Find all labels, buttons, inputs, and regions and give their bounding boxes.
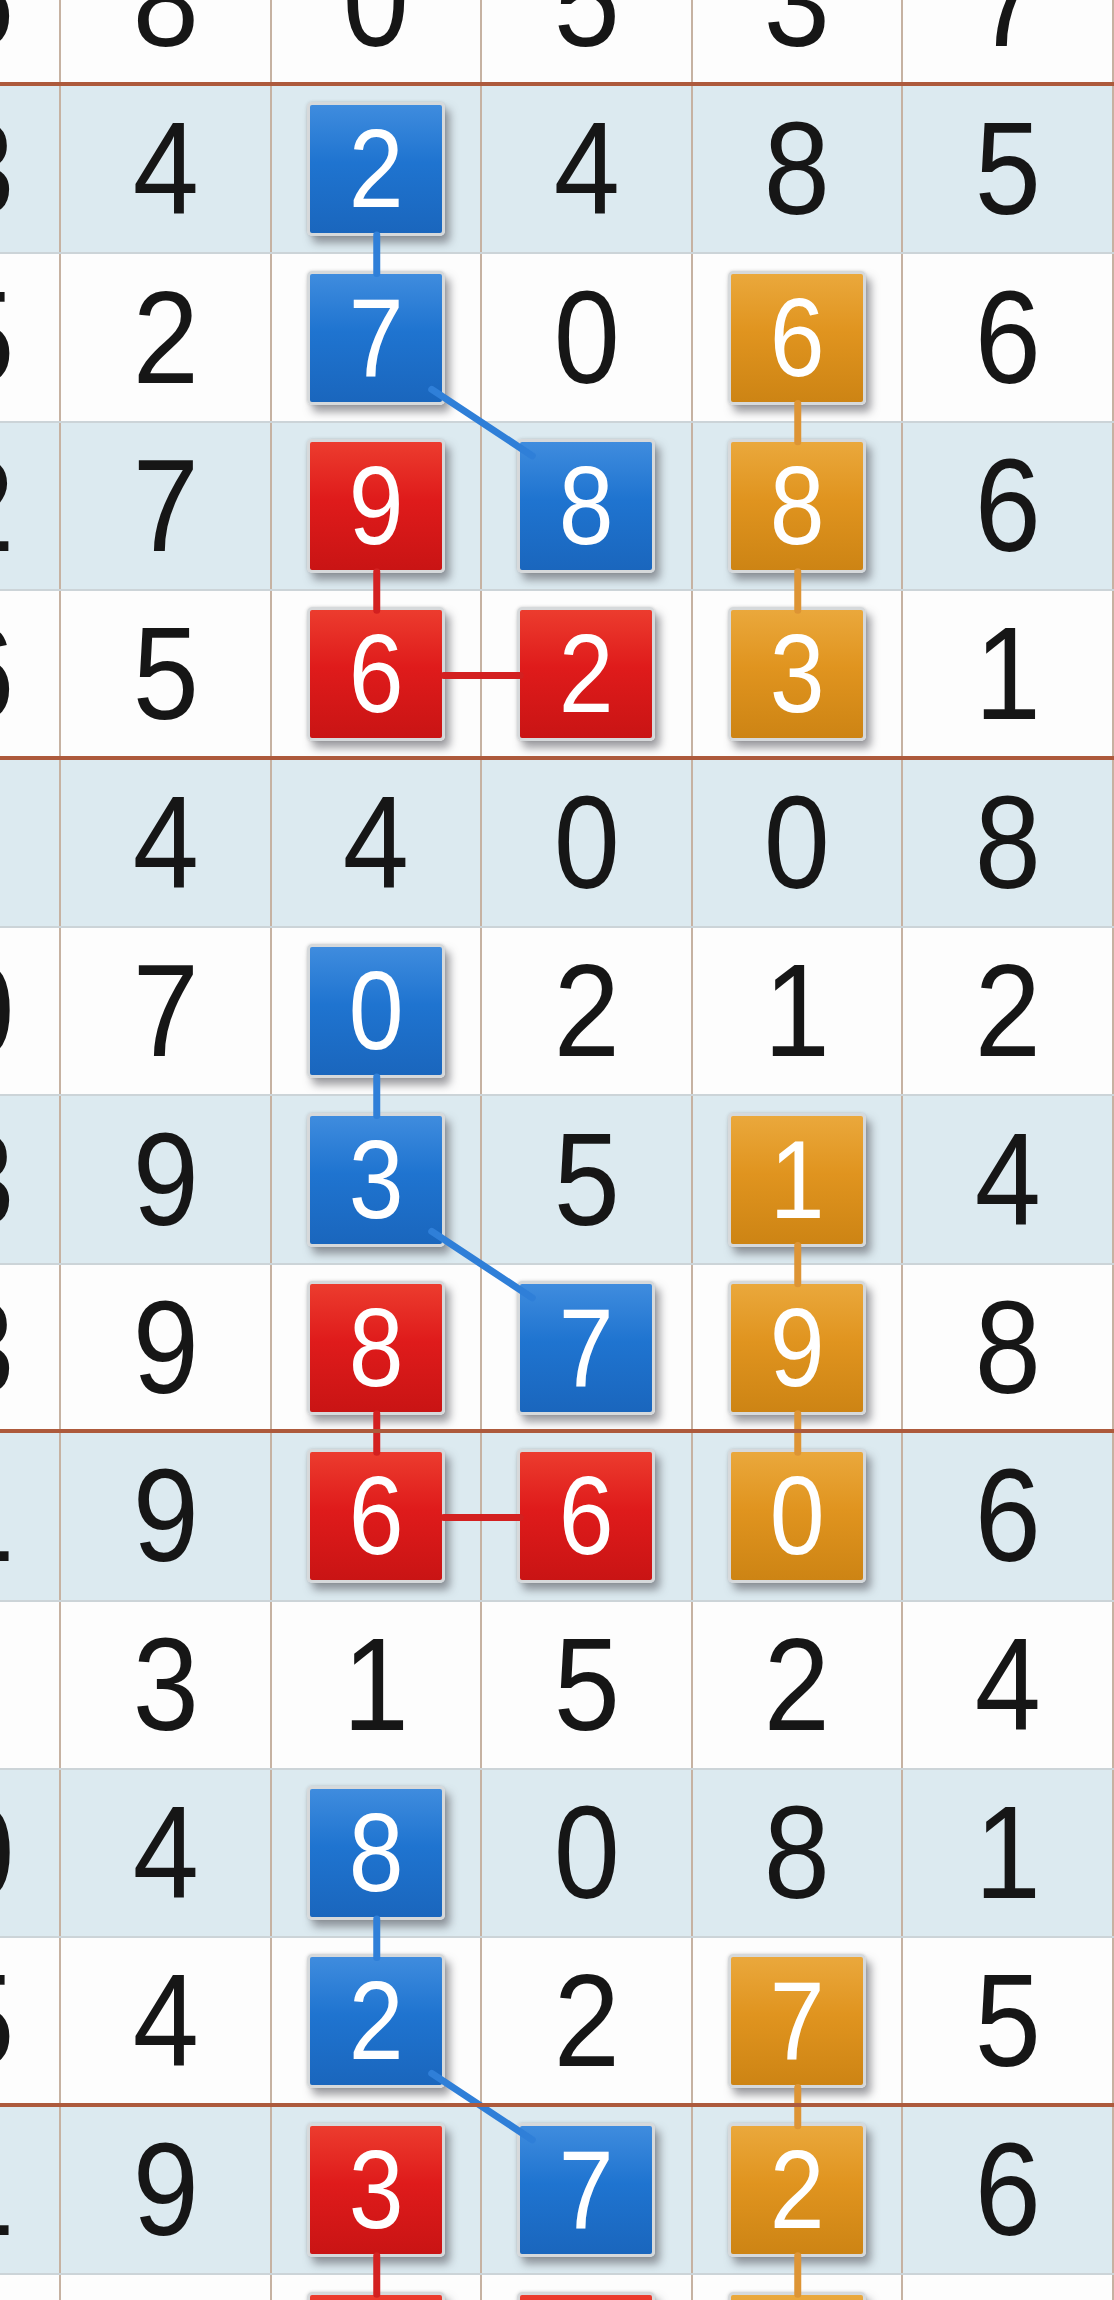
highlighted-digit: 0 — [348, 955, 403, 1067]
digit-cell: 6 — [272, 591, 483, 757]
highlighted-digit: 3 — [348, 2134, 403, 2246]
highlight-box-red — [307, 2292, 445, 2300]
digit-cell: 9 — [61, 1265, 272, 1431]
table-row: 070212 — [0, 928, 1114, 1096]
highlighted-digit: 8 — [348, 1292, 403, 1404]
digit: 6 — [974, 2124, 1040, 2256]
highlighted-digit: 8 — [348, 1797, 403, 1909]
digit-cell: 8 — [272, 1265, 483, 1431]
digit: 8 — [132, 0, 198, 67]
digit-cell: 8 — [482, 423, 693, 589]
digit: 2 — [553, 1955, 619, 2087]
draw-id-cell — [0, 760, 61, 926]
digit: 4 — [132, 777, 198, 909]
digit-cell: 0 — [693, 760, 904, 926]
digit-cell: 1 — [903, 591, 1114, 757]
digit: 1 — [764, 945, 830, 1077]
digit-cell — [693, 2275, 904, 2300]
highlighted-digit: 7 — [348, 282, 403, 394]
digit-cell: 3 — [693, 591, 904, 757]
highlighted-digit: 6 — [559, 1460, 614, 1572]
highlight-box-blue: 2 — [307, 1954, 445, 2088]
draw-id-cell: 3 — [0, 1265, 61, 1431]
digit: 5 — [132, 608, 198, 740]
table-row: 44008 — [0, 760, 1114, 928]
digit: 5 — [553, 1619, 619, 1751]
digit-cell: 9 — [61, 1433, 272, 1599]
digit-cell: 8 — [903, 760, 1114, 926]
highlight-box-orange — [728, 2292, 866, 2300]
highlight-box-orange: 9 — [728, 1281, 866, 1415]
table-row: 542275 — [0, 1938, 1114, 2106]
digit: 0 — [553, 777, 619, 909]
digit-cell: 2 — [903, 928, 1114, 1094]
highlight-box-blue: 8 — [307, 1786, 445, 1920]
digit-cell: 0 — [482, 1770, 693, 1936]
table-row: 196606 — [0, 1433, 1114, 1601]
highlighted-digit: 9 — [348, 450, 403, 562]
digit-cell: 6 — [482, 1433, 693, 1599]
draw-id-partial-digit: 1 — [0, 2124, 14, 2256]
digit-cell: 3 — [693, 0, 904, 84]
digit: 4 — [553, 103, 619, 235]
draw-id-cell: 6 — [0, 0, 61, 84]
draw-id-cell: 5 — [0, 1938, 61, 2104]
digit-cell: 8 — [61, 0, 272, 84]
digit-cell: 2 — [482, 591, 693, 757]
digit: 9 — [132, 1450, 198, 1582]
digit-cell: 8 — [693, 1770, 904, 1936]
digit-cell: 8 — [693, 86, 904, 252]
digit-cell: 2 — [482, 1938, 693, 2104]
highlighted-digit: 6 — [348, 618, 403, 730]
digit: 1 — [974, 608, 1040, 740]
highlight-box-red: 6 — [307, 607, 445, 741]
highlighted-digit: 7 — [769, 1965, 824, 2077]
digit: 8 — [974, 1282, 1040, 1414]
digit-cell: 0 — [693, 1433, 904, 1599]
highlight-box-red: 9 — [307, 439, 445, 573]
digit: 6 — [974, 1450, 1040, 1582]
highlighted-digit: 8 — [559, 450, 614, 562]
digit: 3 — [132, 1619, 198, 1751]
digit: 4 — [132, 1955, 198, 2087]
draw-id-partial-digit: 3 — [0, 1282, 14, 1414]
digit: 4 — [974, 1619, 1040, 1751]
highlighted-digit: 1 — [769, 1124, 824, 1236]
digit: 6 — [974, 272, 1040, 404]
highlight-box-red: 8 — [307, 1281, 445, 1415]
digit-cell: 1 — [272, 1602, 483, 1768]
digit-cell: 6 — [903, 423, 1114, 589]
digit: 5 — [974, 1955, 1040, 2087]
digit-cell: 4 — [903, 1602, 1114, 1768]
digit: 0 — [343, 0, 409, 67]
digit-cell: 7 — [482, 1265, 693, 1431]
draw-id-partial-digit: 6 — [0, 608, 14, 740]
draw-id-partial-digit: 0 — [0, 1787, 14, 1919]
digit-cell: 0 — [482, 760, 693, 926]
digit: 9 — [132, 2124, 198, 2256]
digit: 2 — [974, 945, 1040, 1077]
digit-cell: 9 — [272, 423, 483, 589]
digit-cell: 8 — [903, 1265, 1114, 1431]
digit: 5 — [553, 1114, 619, 1246]
draw-id-cell: 3 — [0, 1096, 61, 1262]
highlighted-digit: 2 — [348, 1965, 403, 2077]
group-separator-line — [0, 2103, 1114, 2107]
table-row: 342485 — [0, 86, 1114, 254]
digit-cell: 7 — [903, 0, 1114, 84]
trend-table: 6805373424855270662798866562314400807021… — [0, 0, 1114, 2300]
digit-cell: 5 — [903, 86, 1114, 252]
table-row — [0, 2275, 1114, 2300]
digit-cell: 9 — [61, 1096, 272, 1262]
digit: 2 — [764, 1619, 830, 1751]
highlight-box-orange: 8 — [728, 439, 866, 573]
digit-cell: 4 — [482, 86, 693, 252]
highlighted-digit: 2 — [348, 113, 403, 225]
digit: 4 — [132, 103, 198, 235]
digit: 9 — [132, 1282, 198, 1414]
table-row: 398798 — [0, 1265, 1114, 1433]
digit-cell: 3 — [61, 1602, 272, 1768]
digit-cell — [61, 2275, 272, 2300]
highlight-box-red: 6 — [307, 1449, 445, 1583]
highlighted-digit: 2 — [559, 618, 614, 730]
digit-cell: 4 — [61, 1770, 272, 1936]
digit: 5 — [974, 103, 1040, 235]
table-row: 279886 — [0, 423, 1114, 591]
digit: 5 — [553, 0, 619, 67]
digit: 2 — [132, 272, 198, 404]
digit-cell: 2 — [272, 1938, 483, 2104]
draw-id-cell — [0, 2275, 61, 2300]
highlight-box-red: 3 — [307, 2123, 445, 2257]
digit-cell: 6 — [903, 254, 1114, 420]
draw-id-partial-digit: 5 — [0, 272, 14, 404]
digit: 0 — [553, 1787, 619, 1919]
group-separator-line — [0, 82, 1114, 86]
digit-cell: 9 — [693, 1265, 904, 1431]
digit-cell: 2 — [482, 928, 693, 1094]
table-row: 31524 — [0, 1602, 1114, 1770]
draw-id-cell: 0 — [0, 928, 61, 1094]
digit: 1 — [343, 1619, 409, 1751]
digit: 8 — [764, 103, 830, 235]
highlighted-digit: 0 — [769, 1460, 824, 1572]
highlighted-digit: 7 — [559, 2134, 614, 2246]
highlight-box-orange: 2 — [728, 2123, 866, 2257]
digit-cell: 7 — [61, 928, 272, 1094]
digit-cell: 7 — [693, 1938, 904, 2104]
draw-id-cell: 2 — [0, 423, 61, 589]
table-row: 393514 — [0, 1096, 1114, 1264]
trend-chart: 6805373424855270662798866562314400807021… — [0, 0, 1114, 2300]
digit: 8 — [974, 777, 1040, 909]
highlighted-digit: 9 — [769, 1292, 824, 1404]
highlight-box-blue: 0 — [307, 944, 445, 1078]
highlight-box-orange: 7 — [728, 1954, 866, 2088]
digit-cell: 4 — [61, 1938, 272, 2104]
draw-id-partial-digit: 0 — [0, 945, 14, 1077]
digit-cell: 7 — [61, 423, 272, 589]
highlighted-digit: 7 — [559, 1292, 614, 1404]
draw-id-cell: 5 — [0, 254, 61, 420]
highlight-box-orange: 1 — [728, 1113, 866, 1247]
digit-cell — [482, 2275, 693, 2300]
digit: 6 — [974, 440, 1040, 572]
highlight-box-orange: 0 — [728, 1449, 866, 1583]
highlighted-digit: 3 — [769, 618, 824, 730]
digit: 4 — [132, 1787, 198, 1919]
digit-cell: 5 — [482, 1602, 693, 1768]
digit-cell: 8 — [693, 423, 904, 589]
digit-cell: 5 — [903, 1938, 1114, 2104]
highlight-box-red: 6 — [517, 1449, 655, 1583]
draw-id-partial-digit: 5 — [0, 1955, 14, 2087]
digit: 2 — [553, 945, 619, 1077]
digit-cell — [272, 2275, 483, 2300]
highlighted-digit: 8 — [769, 450, 824, 562]
draw-id-partial-digit: 1 — [0, 1450, 14, 1582]
digit-cell: 4 — [272, 760, 483, 926]
digit: 1 — [974, 1787, 1040, 1919]
digit: 0 — [764, 777, 830, 909]
digit-cell: 3 — [272, 2107, 483, 2273]
draw-id-partial-digit: 3 — [0, 1114, 14, 1246]
digit-cell: 5 — [61, 591, 272, 757]
highlight-box-orange: 6 — [728, 271, 866, 405]
draw-id-partial-digit: 2 — [0, 440, 14, 572]
digit-cell: 0 — [272, 928, 483, 1094]
highlighted-digit: 3 — [348, 1124, 403, 1236]
digit-cell: 3 — [272, 1096, 483, 1262]
digit-cell: 2 — [61, 254, 272, 420]
table-row: 656231 — [0, 591, 1114, 759]
digit: 4 — [974, 1114, 1040, 1246]
digit-cell: 2 — [693, 2107, 904, 2273]
digit: 7 — [132, 945, 198, 1077]
draw-id-cell: 6 — [0, 591, 61, 757]
draw-id-partial-digit: 3 — [0, 103, 14, 235]
highlighted-digit: 6 — [769, 282, 824, 394]
digit-cell: 6 — [272, 1433, 483, 1599]
digit-cell: 4 — [61, 760, 272, 926]
digit-cell: 7 — [272, 254, 483, 420]
table-row: 193726 — [0, 2107, 1114, 2275]
group-separator-line — [0, 1429, 1114, 1433]
group-separator-line — [0, 756, 1114, 760]
digit-cell: 2 — [272, 86, 483, 252]
digit: 9 — [132, 1114, 198, 1246]
highlight-box-blue: 7 — [517, 2123, 655, 2257]
digit-cell — [903, 2275, 1114, 2300]
digit-cell: 6 — [903, 2107, 1114, 2273]
digit-cell: 6 — [693, 254, 904, 420]
table-row: 048081 — [0, 1770, 1114, 1938]
table-row: 680537 — [0, 0, 1114, 86]
digit: 7 — [974, 0, 1040, 67]
digit-cell: 0 — [482, 254, 693, 420]
digit: 3 — [764, 0, 830, 67]
highlighted-digit: 6 — [348, 1460, 403, 1572]
highlight-box-orange: 3 — [728, 607, 866, 741]
digit-cell: 5 — [482, 0, 693, 84]
highlight-box-blue: 3 — [307, 1113, 445, 1247]
highlight-box-blue: 2 — [307, 102, 445, 236]
draw-id-cell: 0 — [0, 1770, 61, 1936]
highlight-box-blue: 8 — [517, 439, 655, 573]
digit-cell: 7 — [482, 2107, 693, 2273]
draw-id-cell: 1 — [0, 1433, 61, 1599]
digit: 0 — [553, 272, 619, 404]
digit: 8 — [764, 1787, 830, 1919]
highlight-box-blue: 7 — [307, 271, 445, 405]
digit-cell: 0 — [272, 0, 483, 84]
digit-cell: 1 — [693, 928, 904, 1094]
digit-cell: 6 — [903, 1433, 1114, 1599]
digit-cell: 4 — [903, 1096, 1114, 1262]
draw-id-cell: 1 — [0, 2107, 61, 2273]
draw-id-cell: 3 — [0, 86, 61, 252]
digit: 7 — [132, 440, 198, 572]
digit-cell: 1 — [903, 1770, 1114, 1936]
highlight-box-red — [517, 2292, 655, 2300]
digit-cell: 9 — [61, 2107, 272, 2273]
digit-cell: 4 — [61, 86, 272, 252]
digit-cell: 1 — [693, 1096, 904, 1262]
draw-id-cell — [0, 1602, 61, 1768]
digit-cell: 5 — [482, 1096, 693, 1262]
highlighted-digit: 2 — [769, 2134, 824, 2246]
draw-id-partial-digit: 6 — [0, 0, 14, 67]
highlight-box-blue: 7 — [517, 1281, 655, 1415]
digit-cell: 8 — [272, 1770, 483, 1936]
digit-cell: 2 — [693, 1602, 904, 1768]
table-row: 527066 — [0, 254, 1114, 422]
highlight-box-red: 2 — [517, 607, 655, 741]
digit: 4 — [343, 777, 409, 909]
